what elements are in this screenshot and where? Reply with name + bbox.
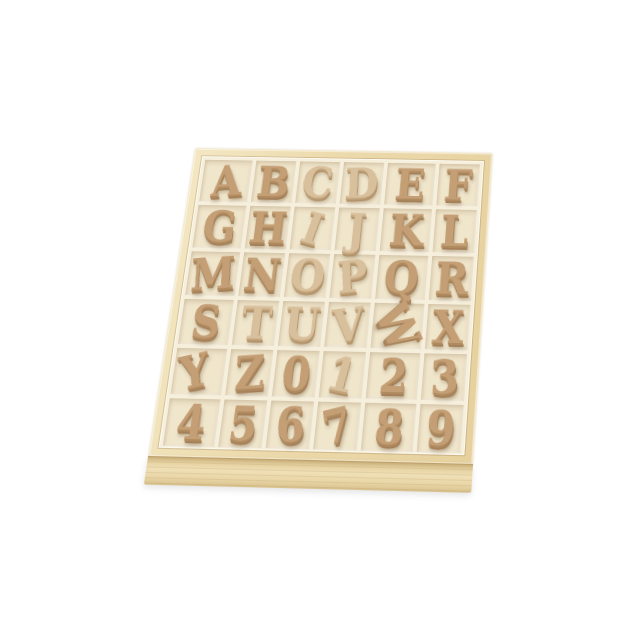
piece-L: L — [439, 209, 470, 252]
piece-V: V — [331, 301, 364, 350]
piece-H: H — [247, 206, 290, 249]
compartment-3: 3 — [421, 353, 467, 401]
piece-F: F — [443, 164, 474, 206]
piece-N: N — [241, 252, 283, 297]
tray-grid: ABCDEFGHIJKLMNOPQRSTUVWXYZ0123456789 — [158, 156, 484, 455]
compartment-Z: Z — [225, 349, 274, 396]
compartment-P: P — [329, 254, 375, 299]
photo-background: ABCDEFGHIJKLMNOPQRSTUVWXYZ0123456789 — [0, 0, 640, 640]
piece-9: 9 — [424, 404, 457, 453]
piece-2: 2 — [377, 352, 410, 399]
compartment-X: X — [425, 304, 470, 350]
piece-8: 8 — [372, 403, 405, 452]
compartment-F: F — [437, 164, 480, 207]
piece-3: 3 — [430, 353, 459, 401]
compartment-M: M — [185, 251, 240, 296]
piece-T: T — [238, 300, 274, 346]
compartment-L: L — [433, 209, 477, 253]
piece-K: K — [387, 208, 425, 252]
compartment-Y: Y — [170, 348, 227, 395]
compartment-B: B — [251, 161, 297, 203]
compartment-T: T — [232, 300, 280, 346]
piece-R: R — [433, 256, 470, 301]
compartment-O: O — [284, 253, 330, 298]
tray-frame: ABCDEFGHIJKLMNOPQRSTUVWXYZ0123456789 — [148, 148, 493, 465]
piece-A: A — [210, 159, 242, 202]
piece-W: W — [368, 295, 428, 356]
compartment-E: E — [384, 163, 436, 206]
compartment-I: I — [290, 207, 335, 251]
piece-U: U — [281, 301, 321, 347]
compartment-4: 4 — [163, 398, 221, 447]
piece-C: C — [300, 161, 336, 203]
piece-Q: Q — [382, 255, 421, 300]
piece-M: M — [189, 250, 236, 297]
piece-D: D — [344, 162, 380, 205]
piece-X: X — [430, 304, 465, 350]
compartment-V: V — [324, 302, 370, 348]
compartment-8: 8 — [360, 403, 416, 452]
compartment-R: R — [429, 256, 474, 301]
compartment-Q: Q — [375, 255, 429, 300]
compartment-0: 0 — [272, 350, 320, 397]
compartment-1: 1 — [319, 351, 366, 398]
compartment-K: K — [379, 208, 432, 252]
piece-I: I — [296, 205, 329, 251]
compartment-C: C — [296, 161, 341, 203]
compartment-9: 9 — [417, 404, 464, 453]
piece-P: P — [337, 253, 369, 300]
piece-1: 1 — [322, 349, 362, 400]
piece-7: 7 — [319, 399, 355, 453]
piece-G: G — [200, 205, 240, 248]
piece-B: B — [255, 161, 293, 203]
compartment-2: 2 — [365, 352, 421, 400]
compartment-N: N — [238, 252, 285, 297]
piece-Y: Y — [177, 346, 211, 398]
piece-4: 4 — [174, 398, 210, 446]
piece-J: J — [346, 208, 369, 251]
piece-Z: Z — [233, 349, 265, 397]
compartment-A: A — [199, 160, 252, 202]
piece-O: O — [287, 253, 327, 298]
compartment-J: J — [335, 207, 380, 251]
compartment-D: D — [340, 162, 384, 204]
compartment-U: U — [278, 301, 325, 347]
compartment-5: 5 — [218, 399, 268, 448]
piece-6: 6 — [275, 400, 306, 450]
compartment-S: S — [178, 299, 234, 345]
compartment-7: 7 — [313, 402, 361, 451]
piece-S: S — [188, 299, 223, 345]
letter-tray-box: ABCDEFGHIJKLMNOPQRSTUVWXYZ0123456789 — [144, 148, 493, 493]
compartment-G: G — [192, 205, 246, 249]
compartment-6: 6 — [266, 401, 314, 450]
piece-5: 5 — [225, 400, 260, 448]
piece-E: E — [393, 163, 426, 205]
compartment-H: H — [245, 206, 292, 249]
piece-0: 0 — [279, 350, 313, 397]
compartment-W: W — [370, 303, 425, 349]
